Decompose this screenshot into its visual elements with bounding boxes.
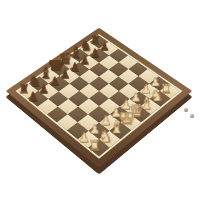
chess-board[interactable]: ♜♞♝♛♚♝♞♜♟♟♟♟♟♟♟♟♟♟♟♟♟♟♟♟♜♞♝♛♚♝♞♜: [6, 28, 193, 168]
board-squares[interactable]: ♜♞♝♛♚♝♞♜♟♟♟♟♟♟♟♟♟♟♟♟♟♟♟♟♜♞♝♛♚♝♞♜: [18, 36, 179, 157]
white-rook[interactable]: ♜: [87, 137, 102, 152]
black-pawn[interactable]: ♟: [26, 89, 40, 103]
hinge-knob-icon: [184, 108, 188, 112]
hinge-knob-icon: [190, 114, 194, 118]
chess-set-photo: ♜♞♝♛♚♝♞♜♟♟♟♟♟♟♟♟♟♟♟♟♟♟♟♟♜♞♝♛♚♝♞♜: [0, 0, 200, 200]
